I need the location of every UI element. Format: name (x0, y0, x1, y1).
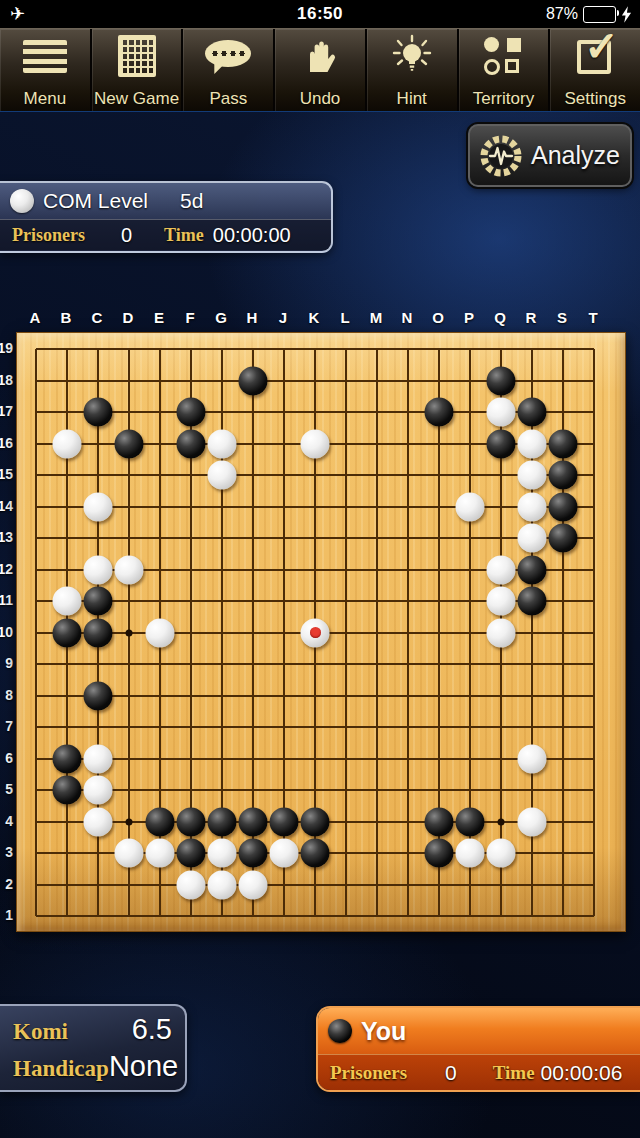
stone-black-C10 (84, 618, 113, 647)
col-label-D: D (123, 309, 134, 326)
col-label-S: S (557, 309, 567, 326)
last-move-marker (310, 627, 321, 638)
grid-line-col-M (376, 349, 378, 916)
col-label-P: P (464, 309, 474, 326)
stone-black-O4 (425, 807, 454, 836)
new-game-button[interactable]: New Game (92, 29, 184, 111)
stone-white-Q3 (487, 839, 516, 868)
row-label-6: 6 (5, 750, 13, 766)
hand-icon (295, 34, 345, 78)
stone-black-Q16 (487, 429, 516, 458)
analyze-label: Analyze (531, 141, 620, 170)
grid-line-row-2 (36, 884, 594, 886)
stone-black-K3 (301, 839, 330, 868)
grid-line-row-9 (36, 663, 594, 665)
komi-label: Komi (13, 1019, 68, 1045)
stone-black-S13 (549, 524, 578, 553)
stone-black-H18 (239, 366, 268, 395)
stone-black-S14 (549, 492, 578, 521)
stone-white-B16 (53, 429, 82, 458)
battery-icon (583, 6, 616, 23)
stone-white-B11 (53, 587, 82, 616)
stone-black-J4 (270, 807, 299, 836)
col-label-L: L (340, 309, 349, 326)
analyze-button[interactable]: Analyze (468, 124, 632, 187)
row-label-1: 1 (5, 907, 13, 923)
pass-button[interactable]: Pass (183, 29, 275, 111)
go-board[interactable] (16, 332, 626, 932)
col-label-C: C (92, 309, 103, 326)
stone-white-D12 (115, 555, 144, 584)
stone-white-P3 (456, 839, 485, 868)
toolbar: Menu New Game Pass Undo (0, 28, 640, 112)
app-screen: ✈ 16:50 87% Menu New Game Pass Undo (0, 0, 640, 1138)
row-label-11: 11 (0, 592, 13, 608)
stone-black-R12 (518, 555, 547, 584)
grid-line-col-L (345, 349, 347, 916)
stone-white-E10 (146, 618, 175, 647)
row-label-8: 8 (5, 687, 13, 703)
status-bar: ✈ 16:50 87% (0, 0, 640, 28)
opponent-prisoners-count: 0 (121, 224, 132, 247)
row-label-7: 7 (5, 718, 13, 734)
stone-black-Q18 (487, 366, 516, 395)
opponent-level: 5d (180, 189, 203, 213)
stone-black-D16 (115, 429, 144, 458)
opponent-name: COM Level (43, 189, 148, 213)
col-label-G: G (215, 309, 227, 326)
row-label-12: 12 (0, 561, 13, 577)
stone-white-R15 (518, 461, 547, 490)
stone-white-C14 (84, 492, 113, 521)
undo-button[interactable]: Undo (275, 29, 367, 111)
grid-line-col-N (407, 349, 409, 916)
board-grid-icon (112, 34, 162, 78)
row-label-17: 17 (0, 403, 13, 419)
grid-line-col-T (593, 349, 595, 916)
stone-white-K16 (301, 429, 330, 458)
player-name: You (361, 1017, 406, 1046)
stone-white-H2 (239, 870, 268, 899)
col-label-T: T (588, 309, 597, 326)
checkbox-icon: ✓ (570, 34, 620, 78)
stone-black-S15 (549, 461, 578, 490)
stone-white-G3 (208, 839, 237, 868)
grid-line-row-7 (36, 726, 594, 728)
charging-bolt-icon (621, 6, 632, 23)
stone-white-C12 (84, 555, 113, 584)
col-label-M: M (370, 309, 383, 326)
stone-black-O3 (425, 839, 454, 868)
stone-black-B5 (53, 776, 82, 805)
opponent-panel: COM Level 5d Prisoners 0 Time 00:00:00 (0, 181, 333, 253)
stone-black-H3 (239, 839, 268, 868)
handicap-value: None (109, 1050, 178, 1083)
stone-white-R16 (518, 429, 547, 458)
stone-white-C4 (84, 807, 113, 836)
stone-black-H4 (239, 807, 268, 836)
stone-black-F4 (177, 807, 206, 836)
stone-white-C6 (84, 744, 113, 773)
settings-button[interactable]: ✓ Settings (550, 29, 640, 111)
stone-white-P14 (456, 492, 485, 521)
player-prisoners-count: 0 (445, 1061, 457, 1085)
row-label-10: 10 (0, 624, 13, 640)
stone-black-F17 (177, 398, 206, 427)
row-label-9: 9 (5, 655, 13, 671)
col-label-E: E (154, 309, 164, 326)
col-label-Q: Q (494, 309, 506, 326)
opponent-header: COM Level 5d (0, 183, 331, 219)
stone-black-F16 (177, 429, 206, 458)
stone-black-B10 (53, 618, 82, 647)
clock-time: 16:50 (0, 4, 640, 24)
col-label-O: O (432, 309, 444, 326)
row-label-15: 15 (0, 466, 13, 482)
col-label-B: B (61, 309, 72, 326)
star-point-D10 (126, 629, 133, 636)
row-label-4: 4 (5, 813, 13, 829)
speech-bubble-icon (203, 34, 253, 78)
white-stone-icon (10, 189, 34, 213)
hint-button[interactable]: Hint (367, 29, 459, 111)
row-label-18: 18 (0, 372, 13, 388)
star-point-D4 (126, 818, 133, 825)
col-label-K: K (309, 309, 320, 326)
row-label-14: 14 (0, 498, 13, 514)
stone-white-D3 (115, 839, 144, 868)
player-time: 00:00:06 (541, 1061, 623, 1085)
stone-black-R17 (518, 398, 547, 427)
stone-black-B6 (53, 744, 82, 773)
hamburger-icon (20, 34, 70, 78)
battery-percent: 87% (546, 5, 578, 23)
stone-black-F3 (177, 839, 206, 868)
handicap-label: Handicap (13, 1056, 109, 1082)
stone-white-G16 (208, 429, 237, 458)
col-label-J: J (279, 309, 287, 326)
player-panel: You Prisoners 0 Time 00:00:06 (316, 1006, 640, 1092)
col-label-R: R (526, 309, 537, 326)
col-label-H: H (247, 309, 258, 326)
grid-line-row-6 (36, 758, 594, 760)
stone-white-Q17 (487, 398, 516, 427)
territory-button[interactable]: Territory (459, 29, 551, 111)
grid-line-row-8 (36, 695, 594, 697)
stone-white-G15 (208, 461, 237, 490)
stone-white-F2 (177, 870, 206, 899)
row-label-3: 3 (5, 844, 13, 860)
stone-black-G4 (208, 807, 237, 836)
stone-white-R4 (518, 807, 547, 836)
row-label-2: 2 (5, 876, 13, 892)
prisoners-label: Prisoners (330, 1062, 407, 1084)
prisoners-label: Prisoners (12, 225, 85, 246)
grid-line-row-5 (36, 789, 594, 791)
stone-black-C17 (84, 398, 113, 427)
lightbulb-icon (387, 34, 437, 78)
game-info-panel: Komi 6.5 Handicap None (0, 1004, 187, 1092)
territory-shapes-icon (478, 34, 528, 78)
grid-line-row-1 (36, 915, 594, 917)
row-label-19: 19 (0, 340, 13, 356)
stone-black-P4 (456, 807, 485, 836)
stone-white-Q11 (487, 587, 516, 616)
board-column-labels: ABCDEFGHJKLMNOPQRST (35, 309, 593, 329)
col-label-F: F (185, 309, 194, 326)
stone-black-C8 (84, 681, 113, 710)
row-label-5: 5 (5, 781, 13, 797)
stone-white-Q12 (487, 555, 516, 584)
player-header: You (318, 1008, 640, 1054)
stone-white-G2 (208, 870, 237, 899)
black-stone-icon (328, 1019, 352, 1043)
analyze-gauge-icon (478, 133, 524, 179)
stone-white-E3 (146, 839, 175, 868)
board-row-labels: 19181716151413121110987654321 (0, 348, 13, 915)
stone-white-R6 (518, 744, 547, 773)
col-label-N: N (402, 309, 413, 326)
time-label: Time (493, 1062, 535, 1084)
player-stats: Prisoners 0 Time 00:00:06 (318, 1054, 640, 1091)
stone-white-Q10 (487, 618, 516, 647)
stone-white-C5 (84, 776, 113, 805)
stone-white-K10 (301, 618, 330, 647)
stone-black-K4 (301, 807, 330, 836)
opponent-time: 00:00:00 (213, 224, 291, 247)
stone-white-J3 (270, 839, 299, 868)
col-label-A: A (30, 309, 41, 326)
stone-black-S16 (549, 429, 578, 458)
stone-black-O17 (425, 398, 454, 427)
stone-black-C11 (84, 587, 113, 616)
board-grid[interactable] (36, 349, 594, 916)
star-point-Q4 (498, 818, 505, 825)
row-label-13: 13 (0, 529, 13, 545)
stone-white-R14 (518, 492, 547, 521)
time-label: Time (164, 225, 204, 246)
komi-value: 6.5 (132, 1013, 172, 1046)
stone-black-R11 (518, 587, 547, 616)
opponent-stats: Prisoners 0 Time 00:00:00 (0, 219, 331, 250)
menu-button[interactable]: Menu (0, 29, 92, 111)
stone-black-E4 (146, 807, 175, 836)
row-label-16: 16 (0, 435, 13, 451)
stone-white-R13 (518, 524, 547, 553)
